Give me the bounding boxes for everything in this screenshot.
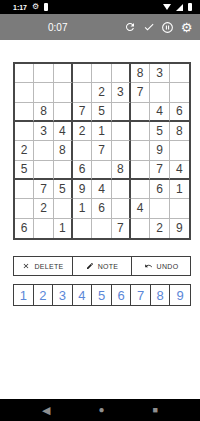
sudoku-cell-r8c6[interactable] [112, 199, 131, 218]
sudoku-cell-r9c6[interactable]: 7 [112, 219, 131, 238]
sudoku-cell-r6c7[interactable] [131, 161, 150, 180]
sudoku-cell-r9c8[interactable]: 2 [150, 219, 169, 238]
sudoku-cell-r4c3[interactable]: 4 [54, 122, 73, 141]
sudoku-cell-r7c2[interactable]: 7 [34, 180, 53, 199]
sudoku-app-screen: 1:17 ⚙ 0:07 ⚙ 83237875463421582879568747… [0, 0, 200, 421]
sudoku-cell-r1c8[interactable]: 3 [150, 64, 169, 83]
sudoku-cell-r7c7[interactable] [131, 180, 150, 199]
sudoku-cell-r5c8[interactable]: 9 [150, 141, 169, 160]
nav-bar: ◀ ● ■ [0, 399, 200, 421]
sudoku-cell-r2c2[interactable] [34, 83, 53, 102]
sudoku-cell-r9c5[interactable] [92, 219, 111, 238]
sudoku-cell-r3c9[interactable]: 6 [170, 103, 189, 122]
sudoku-grid: 8323787546342158287956874759461216461729 [13, 62, 191, 240]
home-icon[interactable]: ● [98, 405, 104, 415]
undo-arrow-icon [144, 262, 153, 270]
sudoku-cell-r6c4[interactable]: 6 [73, 161, 92, 180]
sudoku-cell-r9c4[interactable] [73, 219, 92, 238]
sudoku-cell-r8c4[interactable]: 1 [73, 199, 92, 218]
sudoku-cell-r1c1[interactable] [15, 64, 34, 83]
sudoku-cell-r1c3[interactable] [54, 64, 73, 83]
signal-icon [176, 4, 183, 11]
sudoku-cell-r6c8[interactable]: 7 [150, 161, 169, 180]
sudoku-cell-r3c6[interactable] [112, 103, 131, 122]
sudoku-cell-r9c7[interactable] [131, 219, 150, 238]
sudoku-cell-r7c5[interactable]: 4 [92, 180, 111, 199]
sudoku-cell-r5c1[interactable]: 2 [15, 141, 34, 160]
sudoku-cell-r6c2[interactable] [34, 161, 53, 180]
numpad-3[interactable]: 3 [53, 285, 73, 305]
sudoku-cell-r9c3[interactable]: 1 [54, 219, 73, 238]
battery-icon [188, 3, 192, 11]
sudoku-cell-r2c7[interactable]: 7 [131, 83, 150, 102]
sudoku-cell-r5c4[interactable] [73, 141, 92, 160]
sudoku-cell-r9c2[interactable] [34, 219, 53, 238]
sudoku-cell-r8c5[interactable]: 6 [92, 199, 111, 218]
control-bar: DELETE NOTE UNDO [13, 256, 191, 276]
sudoku-cell-r6c1[interactable]: 5 [15, 161, 34, 180]
sudoku-cell-r5c6[interactable] [112, 141, 131, 160]
sudoku-cell-r3c7[interactable] [131, 103, 150, 122]
sudoku-cell-r4c4[interactable]: 2 [73, 122, 92, 141]
sudoku-cell-r3c3[interactable] [54, 103, 73, 122]
undo-button[interactable]: UNDO [131, 257, 190, 275]
sudoku-cell-r6c9[interactable]: 4 [170, 161, 189, 180]
sudoku-cell-r7c6[interactable] [112, 180, 131, 199]
delete-label: DELETE [34, 263, 63, 270]
sudoku-cell-r3c1[interactable] [15, 103, 34, 122]
sudoku-cell-r4c5[interactable]: 1 [92, 122, 111, 141]
sudoku-cell-r1c5[interactable] [92, 64, 111, 83]
sudoku-cell-r7c9[interactable]: 1 [170, 180, 189, 199]
numpad-5[interactable]: 5 [92, 285, 112, 305]
sudoku-cell-r1c9[interactable] [170, 64, 189, 83]
numpad-4[interactable]: 4 [73, 285, 93, 305]
delete-button[interactable]: DELETE [14, 257, 72, 275]
pause-icon[interactable] [161, 21, 174, 34]
sudoku-cell-r8c3[interactable] [54, 199, 73, 218]
app-bar-actions: ⚙ [123, 21, 200, 34]
sudoku-cell-r8c2[interactable]: 2 [34, 199, 53, 218]
back-icon[interactable]: ◀ [42, 405, 50, 416]
sudoku-cell-r8c8[interactable] [150, 199, 169, 218]
sudoku-cell-r7c1[interactable] [15, 180, 34, 199]
sudoku-cell-r8c9[interactable] [170, 199, 189, 218]
sudoku-cell-r2c5[interactable]: 2 [92, 83, 111, 102]
sudoku-cell-r4c8[interactable]: 5 [150, 122, 169, 141]
sudoku-cell-r8c1[interactable] [15, 199, 34, 218]
sudoku-cell-r7c8[interactable]: 6 [150, 180, 169, 199]
sudoku-cell-r8c7[interactable]: 4 [131, 199, 150, 218]
sudoku-cell-r5c7[interactable] [131, 141, 150, 160]
sudoku-cell-r2c3[interactable] [54, 83, 73, 102]
status-bar-right [163, 3, 192, 11]
sudoku-cell-r2c8[interactable] [150, 83, 169, 102]
sudoku-cell-r2c4[interactable] [73, 83, 92, 102]
numpad-8[interactable]: 8 [151, 285, 171, 305]
settings-gear-icon[interactable]: ⚙ [180, 21, 193, 34]
pencil-icon [86, 262, 94, 270]
sudoku-cell-r7c3[interactable]: 5 [54, 180, 73, 199]
sudoku-cell-r4c7[interactable] [131, 122, 150, 141]
sudoku-cell-r4c6[interactable] [112, 122, 131, 141]
sudoku-cell-r3c5[interactable]: 5 [92, 103, 111, 122]
sudoku-cell-r6c5[interactable] [92, 161, 111, 180]
restart-icon[interactable] [123, 21, 136, 34]
sudoku-cell-r6c3[interactable] [54, 161, 73, 180]
status-time: 1:17 [13, 4, 27, 11]
sudoku-cell-r4c1[interactable] [15, 122, 34, 141]
sudoku-cell-r2c1[interactable] [15, 83, 34, 102]
note-label: NOTE [98, 263, 119, 270]
sudoku-cell-r5c3[interactable]: 8 [54, 141, 73, 160]
numpad: 123456789 [13, 284, 191, 306]
status-bar: 1:17 ⚙ [0, 0, 200, 14]
sudoku-cell-r2c6[interactable]: 3 [112, 83, 131, 102]
numpad-2[interactable]: 2 [34, 285, 54, 305]
recents-icon[interactable]: ■ [153, 406, 158, 415]
game-timer: 0:07 [48, 22, 67, 33]
sudoku-cell-r3c2[interactable]: 8 [34, 103, 53, 122]
numpad-1[interactable]: 1 [14, 285, 34, 305]
gear-icon: ⚙ [32, 3, 39, 11]
sudoku-cell-r6c6[interactable]: 8 [112, 161, 131, 180]
sudoku-cell-r7c4[interactable]: 9 [73, 180, 92, 199]
sudoku-cell-r2c9[interactable] [170, 83, 189, 102]
wifi-icon [163, 4, 171, 10]
sudoku-cell-r5c5[interactable]: 7 [92, 141, 111, 160]
sudoku-cell-r1c2[interactable] [34, 64, 53, 83]
sudoku-cell-r5c9[interactable] [170, 141, 189, 160]
battery-notification-icon [44, 3, 48, 11]
sudoku-cell-r4c2[interactable]: 3 [34, 122, 53, 141]
sudoku-cell-r9c1[interactable]: 6 [15, 219, 34, 238]
delete-x-icon [22, 262, 30, 270]
note-button[interactable]: NOTE [72, 257, 131, 275]
numpad-9[interactable]: 9 [170, 285, 190, 305]
app-bar: 0:07 ⚙ [0, 14, 200, 40]
sudoku-cell-r1c7[interactable]: 8 [131, 64, 150, 83]
sudoku-cell-r4c9[interactable]: 8 [170, 122, 189, 141]
sudoku-cell-r1c4[interactable] [73, 64, 92, 83]
status-bar-left: 1:17 ⚙ [13, 3, 48, 11]
sudoku-cell-r5c2[interactable] [34, 141, 53, 160]
numpad-6[interactable]: 6 [112, 285, 132, 305]
undo-label: UNDO [157, 263, 179, 270]
sudoku-cell-r3c8[interactable]: 4 [150, 103, 169, 122]
sudoku-cell-r1c6[interactable] [112, 64, 131, 83]
check-icon[interactable] [142, 21, 155, 34]
sudoku-cell-r9c9[interactable]: 9 [170, 219, 189, 238]
sudoku-cell-r3c4[interactable]: 7 [73, 103, 92, 122]
numpad-7[interactable]: 7 [131, 285, 151, 305]
